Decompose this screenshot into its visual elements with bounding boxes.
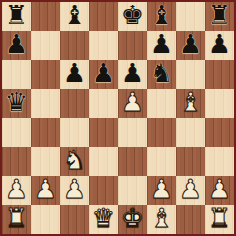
- square-d2[interactable]: [89, 176, 118, 205]
- square-e5[interactable]: ♟: [118, 89, 147, 118]
- white-pawn: ♟: [63, 176, 86, 204]
- square-d7[interactable]: [89, 31, 118, 60]
- square-h4[interactable]: [205, 118, 234, 147]
- black-pawn: ♟: [5, 31, 28, 59]
- white-pawn: ♟: [34, 176, 57, 204]
- square-a8[interactable]: ♜: [2, 2, 31, 31]
- square-g8[interactable]: [176, 2, 205, 31]
- square-d1[interactable]: ♛: [89, 205, 118, 234]
- black-bishop: ♝: [150, 2, 173, 30]
- black-pawn: ♟: [121, 60, 144, 88]
- square-g5[interactable]: ♝: [176, 89, 205, 118]
- square-h3[interactable]: [205, 147, 234, 176]
- square-e8[interactable]: ♚: [118, 2, 147, 31]
- square-g4[interactable]: [176, 118, 205, 147]
- square-e4[interactable]: [118, 118, 147, 147]
- square-b6[interactable]: [31, 60, 60, 89]
- white-pawn: ♟: [121, 89, 144, 117]
- square-b1[interactable]: [31, 205, 60, 234]
- chess-board-frame: ♜♝♚♝♜♟♟♟♟♟♟♟♞♛♟♝♞♟♟♟♟♟♟♜♛♚♝♜: [0, 0, 236, 236]
- square-e7[interactable]: [118, 31, 147, 60]
- black-rook: ♜: [5, 2, 28, 30]
- white-king: ♚: [121, 205, 144, 233]
- square-a3[interactable]: [2, 147, 31, 176]
- black-pawn: ♟: [92, 60, 115, 88]
- white-rook: ♜: [208, 205, 231, 233]
- black-queen: ♛: [5, 89, 28, 117]
- square-d8[interactable]: [89, 2, 118, 31]
- square-a2[interactable]: ♟: [2, 176, 31, 205]
- chess-board: ♜♝♚♝♜♟♟♟♟♟♟♟♞♛♟♝♞♟♟♟♟♟♟♜♛♚♝♜: [2, 2, 234, 234]
- square-d5[interactable]: [89, 89, 118, 118]
- square-c6[interactable]: ♟: [60, 60, 89, 89]
- square-b3[interactable]: [31, 147, 60, 176]
- square-b5[interactable]: [31, 89, 60, 118]
- white-rook: ♜: [5, 205, 28, 233]
- square-b8[interactable]: [31, 2, 60, 31]
- square-f3[interactable]: [147, 147, 176, 176]
- square-g2[interactable]: ♟: [176, 176, 205, 205]
- black-knight: ♞: [150, 60, 173, 88]
- square-h1[interactable]: ♜: [205, 205, 234, 234]
- square-c7[interactable]: [60, 31, 89, 60]
- square-f8[interactable]: ♝: [147, 2, 176, 31]
- square-c8[interactable]: ♝: [60, 2, 89, 31]
- square-g3[interactable]: [176, 147, 205, 176]
- white-pawn: ♟: [5, 176, 28, 204]
- square-e3[interactable]: [118, 147, 147, 176]
- square-d6[interactable]: ♟: [89, 60, 118, 89]
- white-knight: ♞: [63, 147, 86, 175]
- black-rook: ♜: [208, 2, 231, 30]
- square-b4[interactable]: [31, 118, 60, 147]
- white-queen: ♛: [92, 205, 115, 233]
- square-g7[interactable]: ♟: [176, 31, 205, 60]
- square-b7[interactable]: [31, 31, 60, 60]
- black-bishop: ♝: [63, 2, 86, 30]
- black-king: ♚: [121, 2, 144, 30]
- white-pawn: ♟: [208, 176, 231, 204]
- white-pawn: ♟: [179, 176, 202, 204]
- square-a5[interactable]: ♛: [2, 89, 31, 118]
- square-h6[interactable]: [205, 60, 234, 89]
- square-f1[interactable]: ♝: [147, 205, 176, 234]
- square-d4[interactable]: [89, 118, 118, 147]
- square-f4[interactable]: [147, 118, 176, 147]
- square-c5[interactable]: [60, 89, 89, 118]
- square-c3[interactable]: ♞: [60, 147, 89, 176]
- square-g6[interactable]: [176, 60, 205, 89]
- square-f5[interactable]: [147, 89, 176, 118]
- square-h7[interactable]: ♟: [205, 31, 234, 60]
- square-c4[interactable]: [60, 118, 89, 147]
- square-f7[interactable]: ♟: [147, 31, 176, 60]
- square-a1[interactable]: ♜: [2, 205, 31, 234]
- square-h2[interactable]: ♟: [205, 176, 234, 205]
- square-d3[interactable]: [89, 147, 118, 176]
- black-pawn: ♟: [208, 31, 231, 59]
- black-pawn: ♟: [150, 31, 173, 59]
- white-bishop: ♝: [179, 89, 202, 117]
- black-pawn: ♟: [179, 31, 202, 59]
- black-pawn: ♟: [63, 60, 86, 88]
- square-f2[interactable]: ♟: [147, 176, 176, 205]
- white-pawn: ♟: [150, 176, 173, 204]
- square-b2[interactable]: ♟: [31, 176, 60, 205]
- square-a6[interactable]: [2, 60, 31, 89]
- square-a4[interactable]: [2, 118, 31, 147]
- square-e1[interactable]: ♚: [118, 205, 147, 234]
- square-h5[interactable]: [205, 89, 234, 118]
- square-f6[interactable]: ♞: [147, 60, 176, 89]
- square-e2[interactable]: [118, 176, 147, 205]
- square-h8[interactable]: ♜: [205, 2, 234, 31]
- square-c2[interactable]: ♟: [60, 176, 89, 205]
- white-bishop: ♝: [150, 205, 173, 233]
- square-g1[interactable]: [176, 205, 205, 234]
- square-a7[interactable]: ♟: [2, 31, 31, 60]
- square-c1[interactable]: [60, 205, 89, 234]
- square-e6[interactable]: ♟: [118, 60, 147, 89]
